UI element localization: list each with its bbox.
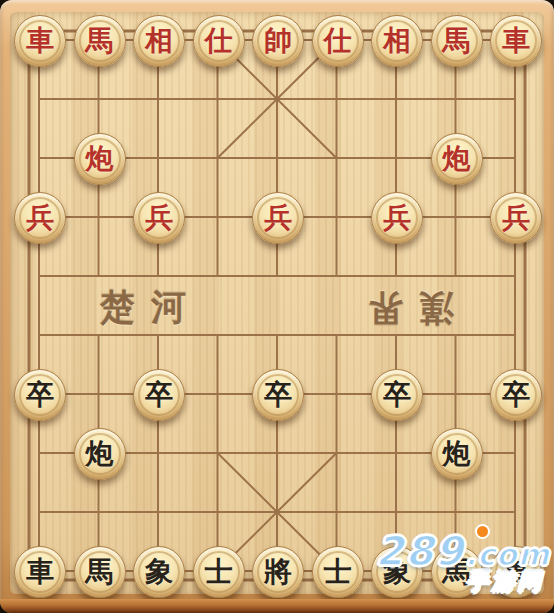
- piece-red-horse[interactable]: 馬: [431, 15, 483, 67]
- piece-glyph: 車: [15, 547, 65, 597]
- piece-black-soldier[interactable]: 卒: [133, 369, 185, 421]
- piece-glyph: 車: [15, 16, 65, 66]
- piece-glyph: 兵: [491, 193, 541, 243]
- piece-glyph: 炮: [432, 429, 482, 479]
- piece-red-cannon[interactable]: 炮: [74, 133, 126, 185]
- piece-black-cannon[interactable]: 炮: [431, 428, 483, 480]
- piece-black-advisor[interactable]: 士: [312, 546, 364, 598]
- piece-red-soldier[interactable]: 兵: [252, 192, 304, 244]
- piece-red-soldier[interactable]: 兵: [133, 192, 185, 244]
- piece-red-horse[interactable]: 馬: [74, 15, 126, 67]
- piece-glyph: 炮: [75, 134, 125, 184]
- piece-glyph: 兵: [134, 193, 184, 243]
- piece-glyph: 仕: [194, 16, 244, 66]
- piece-glyph: 仕: [313, 16, 363, 66]
- piece-glyph: 兵: [372, 193, 422, 243]
- piece-glyph: 馬: [432, 16, 482, 66]
- piece-glyph: 士: [313, 547, 363, 597]
- piece-glyph: 炮: [432, 134, 482, 184]
- piece-red-advisor[interactable]: 仕: [193, 15, 245, 67]
- piece-red-general[interactable]: 帥: [252, 15, 304, 67]
- piece-glyph: 卒: [491, 370, 541, 420]
- piece-glyph: 象: [372, 547, 422, 597]
- piece-glyph: 馬: [75, 547, 125, 597]
- piece-glyph: 卒: [134, 370, 184, 420]
- piece-glyph: 相: [134, 16, 184, 66]
- piece-glyph: 相: [372, 16, 422, 66]
- piece-glyph: 兵: [253, 193, 303, 243]
- piece-red-elephant[interactable]: 相: [133, 15, 185, 67]
- piece-glyph: 士: [194, 547, 244, 597]
- piece-glyph: 帥: [253, 16, 303, 66]
- piece-red-chariot[interactable]: 車: [490, 15, 542, 67]
- pieces-layer: 車馬相仕帥仕相馬車炮炮兵兵兵兵兵卒卒卒卒卒炮炮車馬象士將士象馬車: [0, 0, 554, 613]
- piece-glyph: 將: [253, 547, 303, 597]
- piece-black-chariot[interactable]: 車: [490, 546, 542, 598]
- piece-black-general[interactable]: 將: [252, 546, 304, 598]
- piece-black-cannon[interactable]: 炮: [74, 428, 126, 480]
- board-frame-bottom-edge: [0, 599, 554, 613]
- piece-black-soldier[interactable]: 卒: [252, 369, 304, 421]
- piece-black-chariot[interactable]: 車: [14, 546, 66, 598]
- piece-black-elephant[interactable]: 象: [371, 546, 423, 598]
- xiangqi-board: 楚河 漢界 車馬相仕帥仕相馬車炮炮兵兵兵兵兵卒卒卒卒卒炮炮車馬象士將士象馬車 2…: [0, 0, 554, 613]
- piece-glyph: 車: [491, 547, 541, 597]
- piece-glyph: 兵: [15, 193, 65, 243]
- piece-red-elephant[interactable]: 相: [371, 15, 423, 67]
- piece-red-soldier[interactable]: 兵: [371, 192, 423, 244]
- piece-glyph: 車: [491, 16, 541, 66]
- piece-black-soldier[interactable]: 卒: [371, 369, 423, 421]
- piece-black-elephant[interactable]: 象: [133, 546, 185, 598]
- piece-red-advisor[interactable]: 仕: [312, 15, 364, 67]
- piece-red-soldier[interactable]: 兵: [490, 192, 542, 244]
- piece-red-cannon[interactable]: 炮: [431, 133, 483, 185]
- piece-glyph: 馬: [75, 16, 125, 66]
- piece-glyph: 卒: [372, 370, 422, 420]
- piece-red-chariot[interactable]: 車: [14, 15, 66, 67]
- piece-glyph: 卒: [253, 370, 303, 420]
- piece-black-advisor[interactable]: 士: [193, 546, 245, 598]
- piece-black-soldier[interactable]: 卒: [490, 369, 542, 421]
- piece-glyph: 卒: [15, 370, 65, 420]
- piece-red-soldier[interactable]: 兵: [14, 192, 66, 244]
- piece-glyph: 象: [134, 547, 184, 597]
- piece-black-horse[interactable]: 馬: [431, 546, 483, 598]
- piece-glyph: 馬: [432, 547, 482, 597]
- piece-black-soldier[interactable]: 卒: [14, 369, 66, 421]
- piece-glyph: 炮: [75, 429, 125, 479]
- piece-black-horse[interactable]: 馬: [74, 546, 126, 598]
